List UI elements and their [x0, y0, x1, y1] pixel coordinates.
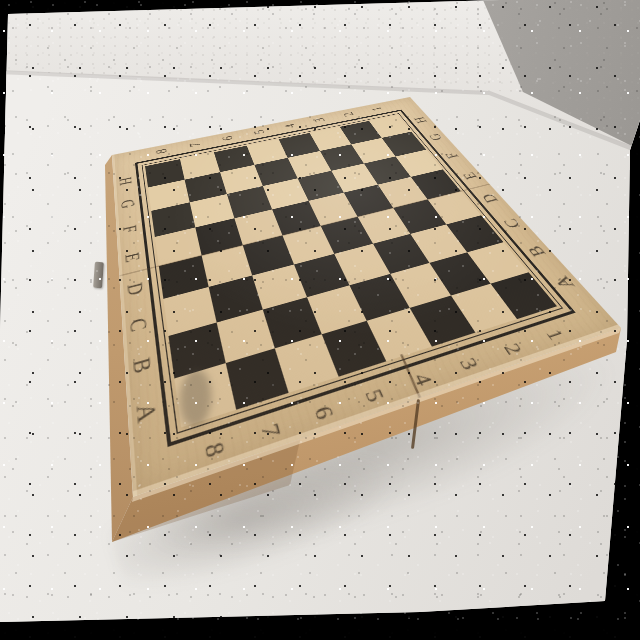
photo-canvas: HH88GG77FF66EE55DD44CC33BB22AA11: [0, 0, 640, 640]
hinge: [93, 262, 104, 289]
photo-area: HH88GG77FF66EE55DD44CC33BB22AA11: [0, 0, 640, 640]
